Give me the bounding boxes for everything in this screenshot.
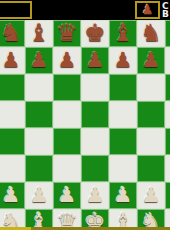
truncated-edge-text: C B — [162, 2, 170, 19]
square-b3[interactable] — [0, 155, 25, 182]
square-c3[interactable] — [25, 155, 53, 182]
piece-black-pawn[interactable]: ♟ — [114, 47, 133, 74]
square-b2[interactable]: ♟ — [0, 182, 25, 209]
bottom-bar-edge — [0, 227, 170, 230]
square-g7[interactable]: ♟ — [137, 47, 165, 74]
piece-white-pawn[interactable]: ♟ — [114, 182, 133, 209]
square-f5[interactable] — [109, 101, 137, 128]
square-f2[interactable]: ♟ — [109, 182, 137, 209]
square-f8[interactable]: ♝ — [109, 20, 137, 47]
piece-white-pawn[interactable]: ♟ — [2, 182, 21, 209]
piece-black-bishop[interactable]: ♝ — [28, 20, 50, 47]
square-c8[interactable]: ♝ — [25, 20, 53, 47]
piece-black-pawn[interactable]: ♟ — [30, 47, 49, 74]
square-c2[interactable]: ♟ — [25, 182, 53, 209]
piece-black-rook[interactable]: ♜ — [168, 20, 170, 47]
square-d6[interactable] — [53, 74, 81, 101]
square-d8[interactable]: ♛ — [53, 20, 81, 47]
square-e2[interactable]: ♟ — [81, 182, 109, 209]
square-h5[interactable] — [165, 101, 170, 128]
top-status-bar: ♟ C B — [0, 0, 170, 20]
piece-black-queen[interactable]: ♛ — [56, 20, 78, 47]
square-g8[interactable]: ♞ — [137, 20, 165, 47]
square-h7[interactable]: ♟ — [165, 47, 170, 74]
square-g4[interactable] — [137, 128, 165, 155]
square-f4[interactable] — [109, 128, 137, 155]
turn-indicator-tray: ♟ — [135, 1, 160, 19]
piece-white-pawn[interactable]: ♟ — [86, 182, 105, 209]
piece-black-pawn[interactable]: ♟ — [2, 47, 21, 74]
square-c6[interactable] — [25, 74, 53, 101]
square-d7[interactable]: ♟ — [53, 47, 81, 74]
square-e6[interactable] — [81, 74, 109, 101]
square-e3[interactable] — [81, 155, 109, 182]
square-h8[interactable]: ♜ — [165, 20, 170, 47]
piece-black-pawn[interactable]: ♟ — [86, 47, 105, 74]
piece-black-pawn[interactable]: ♟ — [58, 47, 77, 74]
square-f3[interactable] — [109, 155, 137, 182]
piece-black-knight[interactable]: ♞ — [140, 20, 162, 47]
square-d2[interactable]: ♟ — [53, 182, 81, 209]
square-b7[interactable]: ♟ — [0, 47, 25, 74]
square-e8[interactable]: ♚ — [81, 20, 109, 47]
square-e5[interactable] — [81, 101, 109, 128]
square-h2[interactable]: ♟ — [165, 182, 170, 209]
square-h3[interactable] — [165, 155, 170, 182]
square-g3[interactable] — [137, 155, 165, 182]
piece-black-bishop[interactable]: ♝ — [112, 20, 134, 47]
square-d4[interactable] — [53, 128, 81, 155]
square-g6[interactable] — [137, 74, 165, 101]
square-b4[interactable] — [0, 128, 25, 155]
square-d3[interactable] — [53, 155, 81, 182]
square-c7[interactable]: ♟ — [25, 47, 53, 74]
piece-white-pawn[interactable]: ♟ — [142, 182, 161, 209]
captured-pieces-tray-left — [0, 1, 32, 19]
piece-black-knight[interactable]: ♞ — [0, 20, 22, 47]
square-e4[interactable] — [81, 128, 109, 155]
piece-white-pawn[interactable]: ♟ — [58, 182, 77, 209]
square-c4[interactable] — [25, 128, 53, 155]
square-f7[interactable]: ♟ — [109, 47, 137, 74]
chess-app-screen: ♟ C B ♜♞♝♛♚♝♞♜♟♟♟♟♟♟♟♟♟♟♟♟♟♟♟♟♜♞♝♛♚♝♞♜ — [0, 0, 170, 230]
piece-white-pawn[interactable]: ♟ — [30, 182, 49, 209]
square-h4[interactable] — [165, 128, 170, 155]
square-h6[interactable] — [165, 74, 170, 101]
square-g2[interactable]: ♟ — [137, 182, 165, 209]
black-pawn-icon: ♟ — [137, 3, 158, 17]
edge-text-line2: B — [162, 10, 170, 18]
square-f6[interactable] — [109, 74, 137, 101]
chess-board[interactable]: ♜♞♝♛♚♝♞♜♟♟♟♟♟♟♟♟♟♟♟♟♟♟♟♟♜♞♝♛♚♝♞♜ — [0, 20, 170, 230]
square-e7[interactable]: ♟ — [81, 47, 109, 74]
square-b5[interactable] — [0, 101, 25, 128]
bottom-left-tray-edge — [0, 227, 31, 230]
square-b8[interactable]: ♞ — [0, 20, 25, 47]
piece-black-king[interactable]: ♚ — [84, 20, 106, 47]
square-c5[interactable] — [25, 101, 53, 128]
square-b6[interactable] — [0, 74, 25, 101]
square-d5[interactable] — [53, 101, 81, 128]
piece-black-pawn[interactable]: ♟ — [142, 47, 161, 74]
square-g5[interactable] — [137, 101, 165, 128]
